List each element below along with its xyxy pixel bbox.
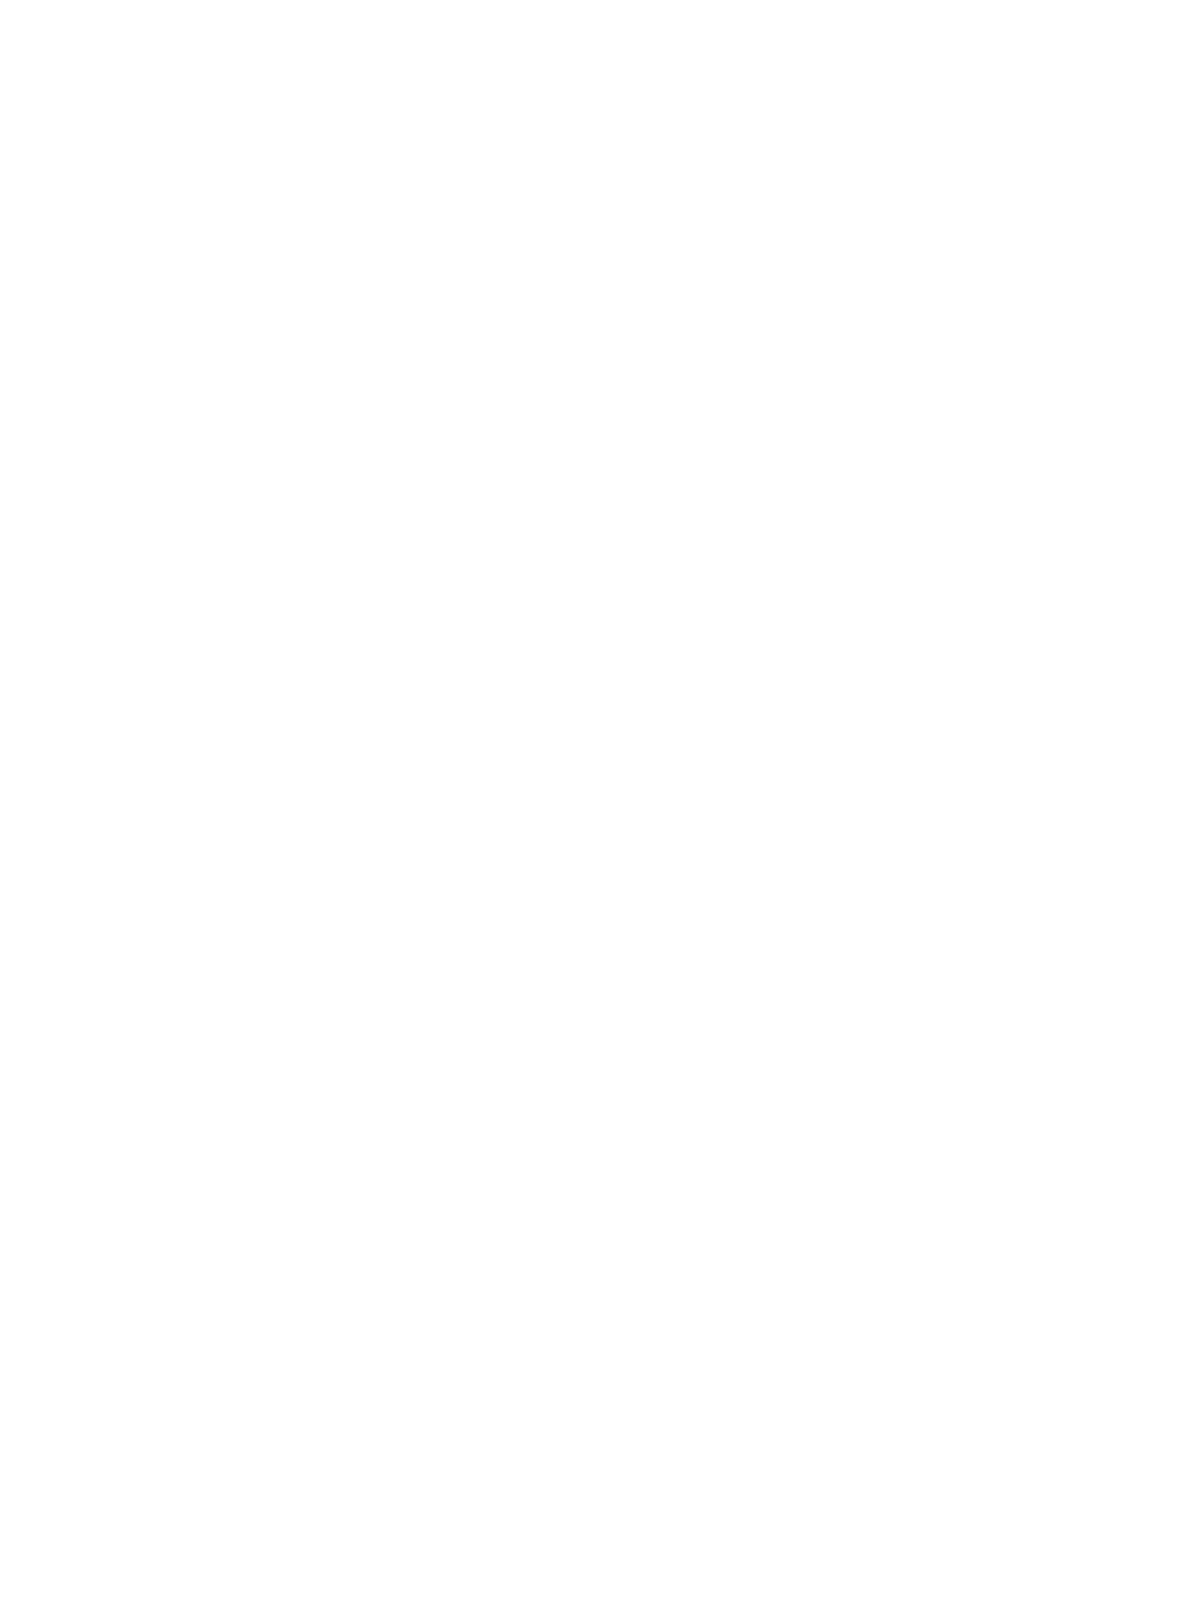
chessboard-product-photo: [0, 0, 1200, 1600]
board-svg: [0, 0, 1200, 1600]
